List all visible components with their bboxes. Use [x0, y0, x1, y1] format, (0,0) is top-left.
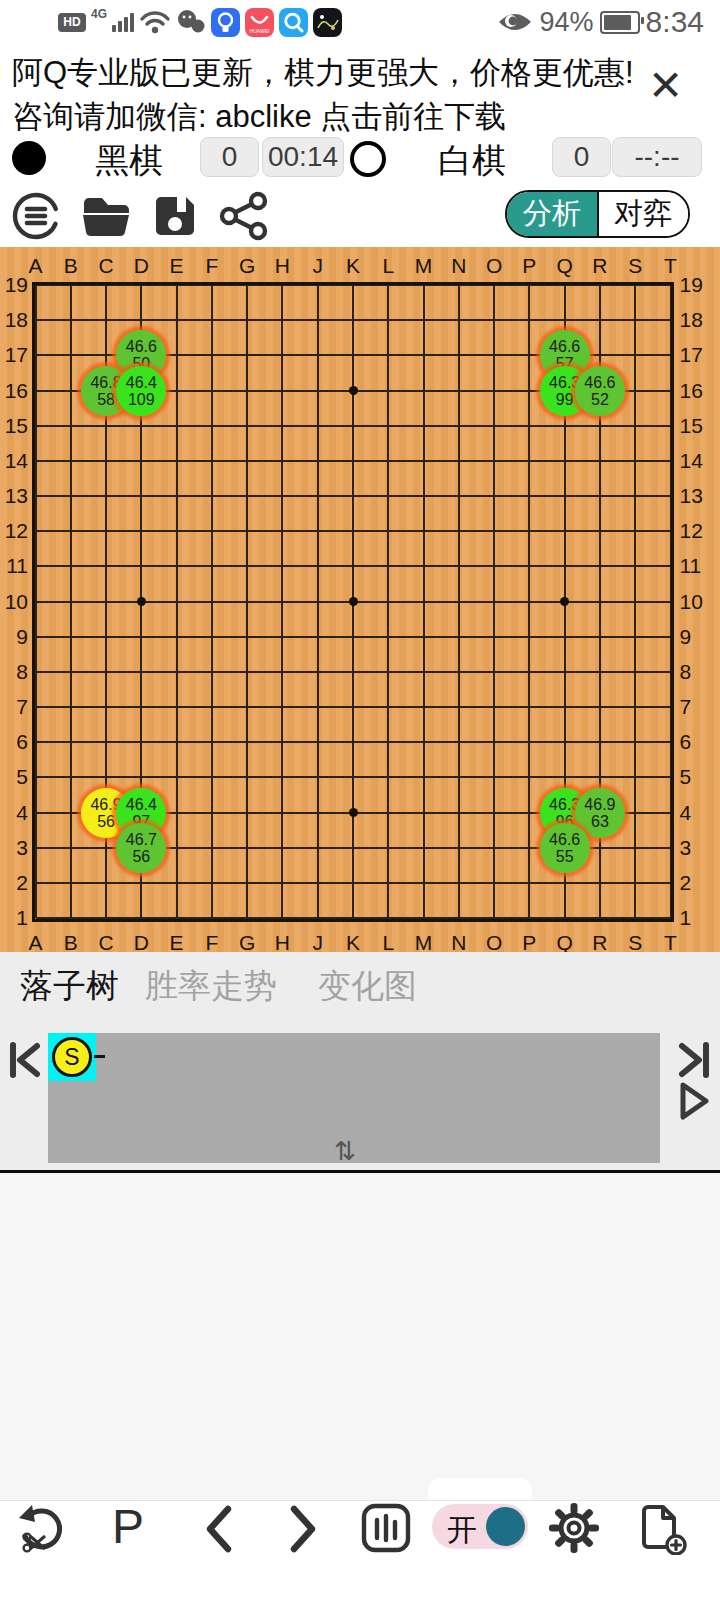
- player-panel: 黑棋 0 00:14 白棋 0 --:--: [0, 135, 720, 185]
- pass-button[interactable]: P: [112, 1499, 144, 1554]
- analysis-suggestion[interactable]: 46.652: [575, 366, 625, 416]
- go-to-end-icon[interactable]: [674, 1040, 714, 1080]
- promo-banner[interactable]: 阿Q专业版已更新，棋力更强大，价格更优惠! 咨询请加微信: abclike 点击…: [0, 45, 720, 135]
- black-clock-badge: 00:14: [262, 137, 344, 177]
- suggestion-visits: 63: [591, 813, 609, 830]
- board-row-label: 14: [0, 449, 28, 473]
- board-surface[interactable]: AABBCCDDEEFFGGHHJJKKLLMMNNOOPPQQRRSSTT11…: [0, 247, 720, 952]
- board-column-label: O: [480, 254, 508, 278]
- wifi-icon: [139, 9, 171, 35]
- board-column-label: F: [198, 254, 226, 278]
- board-column-label: Q: [551, 254, 579, 278]
- board-row-label: 2: [0, 871, 28, 895]
- promo-line2: 咨询请加微信: abclike 点击前往下载: [12, 95, 634, 139]
- play-icon[interactable]: [672, 1080, 714, 1122]
- signal-bars-icon: [112, 12, 134, 32]
- promo-line1: 阿Q专业版已更新，棋力更强大，价格更优惠!: [12, 51, 634, 95]
- board-row-label: 15: [0, 414, 28, 438]
- suggestion-winrate: 46.6: [549, 831, 580, 848]
- board-row-label: 9: [0, 625, 28, 649]
- move-tree: S ⇅: [0, 1014, 720, 1174]
- board-row-label: 3: [680, 836, 714, 860]
- next-move-icon[interactable]: [278, 1503, 326, 1555]
- close-icon[interactable]: ✕: [648, 65, 683, 107]
- board-row-label: 6: [0, 730, 28, 754]
- board-row-label: 12: [0, 519, 28, 543]
- board-row-label: 7: [680, 695, 714, 719]
- board-row-label: 4: [680, 801, 714, 825]
- tab-winrate-graph[interactable]: 胜率走势: [145, 964, 277, 1009]
- board-column-label: E: [163, 254, 191, 278]
- go-to-start-icon[interactable]: [5, 1040, 45, 1080]
- suggestion-winrate: 46.9: [584, 796, 615, 813]
- huawei-app-icon: HUAWEI: [245, 8, 274, 37]
- suggestion-visits: 52: [591, 391, 609, 408]
- toggle-knob: [486, 1507, 525, 1546]
- board-column-label: H: [268, 254, 296, 278]
- black-player-label: 黑棋: [95, 138, 163, 184]
- board-row-label: 10: [0, 590, 28, 614]
- black-captures-badge: 0: [200, 137, 259, 177]
- suggestion-winrate: 46.6: [126, 338, 157, 355]
- white-captures-badge: 0: [552, 137, 611, 177]
- board-row-label: 16: [0, 379, 28, 403]
- board-row-label: 17: [680, 343, 714, 367]
- tab-play[interactable]: 对弈: [597, 192, 689, 236]
- eye-icon: [496, 9, 534, 35]
- board-column-label: D: [127, 254, 155, 278]
- root-node[interactable]: S: [52, 1037, 92, 1077]
- engine-toggle[interactable]: 开: [432, 1504, 528, 1549]
- board-row-label: 8: [0, 660, 28, 684]
- white-player-label: 白棋: [438, 138, 506, 184]
- analysis-suggestion[interactable]: 46.4109: [116, 366, 166, 416]
- board-column-label: M: [410, 254, 438, 278]
- status-bar: HD 4G HUAWEI: [0, 0, 720, 45]
- analysis-suggestion[interactable]: 46.655: [540, 823, 590, 873]
- board-row-label: 5: [0, 765, 28, 789]
- engine-toggle-label: 开: [447, 1510, 477, 1551]
- board-row-label: 1: [0, 906, 28, 930]
- share-icon[interactable]: [218, 190, 270, 242]
- status-right-icons: 94% 8:34: [496, 5, 704, 39]
- suggestion-visits: 56: [132, 848, 150, 865]
- clock-time: 8:34: [646, 5, 704, 39]
- board-column-label: G: [233, 254, 261, 278]
- board-row-label: 14: [680, 449, 714, 473]
- bottom-nav: P 开: [0, 1500, 720, 1600]
- chart-icon[interactable]: [360, 1502, 412, 1554]
- tab-analyze[interactable]: 分析: [507, 192, 597, 236]
- search-app-icon: [279, 8, 308, 37]
- new-file-icon[interactable]: [634, 1503, 688, 1555]
- suggestion-winrate: 46.6: [584, 374, 615, 391]
- undo-cut-icon[interactable]: [16, 1503, 68, 1555]
- star-point: [349, 386, 358, 395]
- suggestion-winrate: 46.7: [126, 831, 157, 848]
- board-row-label: 5: [680, 765, 714, 789]
- promo-text[interactable]: 阿Q专业版已更新，棋力更强大，价格更优惠! 咨询请加微信: abclike 点击…: [12, 51, 634, 139]
- board-row-label: 18: [680, 308, 714, 332]
- board-column-label: L: [374, 254, 402, 278]
- go-board[interactable]: AABBCCDDEEFFGGHHJJKKLLMMNNOOPPQQRRSSTT11…: [0, 247, 720, 952]
- board-row-label: 13: [680, 484, 714, 508]
- open-file-icon[interactable]: [80, 193, 132, 239]
- flashlight-app-icon: [211, 8, 240, 37]
- board-column-label: S: [621, 254, 649, 278]
- lower-panel: [0, 1174, 720, 1500]
- black-stone-icon: [12, 141, 46, 175]
- star-point: [349, 808, 358, 817]
- suggestion-winrate: 46.4: [126, 796, 157, 813]
- white-stone-icon: [350, 141, 386, 177]
- save-icon[interactable]: [150, 191, 200, 241]
- bottom-tabs: 落子树 胜率走势 变化图: [0, 952, 720, 1014]
- white-clock-badge: --:--: [612, 137, 702, 177]
- board-row-label: 11: [0, 554, 28, 578]
- suggestion-visits: 99: [556, 391, 574, 408]
- board-row-label: 18: [0, 308, 28, 332]
- board-row-label: 1: [680, 906, 714, 930]
- board-row-label: 2: [680, 871, 714, 895]
- board-row-label: 11: [680, 554, 714, 578]
- board-row-label: 3: [0, 836, 28, 860]
- star-point: [137, 597, 146, 606]
- suggestion-visits: 55: [556, 848, 574, 865]
- mode-switch: 分析 对弈: [505, 190, 690, 238]
- board-row-label: 17: [0, 343, 28, 367]
- hd-icon: HD: [58, 13, 86, 32]
- board-row-label: 9: [680, 625, 714, 649]
- board-row-label: 16: [680, 379, 714, 403]
- board-column-label: K: [339, 254, 367, 278]
- board-row-label: 10: [680, 590, 714, 614]
- tab-variation-map[interactable]: 变化图: [318, 964, 417, 1009]
- board-row-label: 4: [0, 801, 28, 825]
- board-row-label: 13: [0, 484, 28, 508]
- board-row-label: 12: [680, 519, 714, 543]
- tree-branch-line: [94, 1055, 105, 1058]
- prev-move-icon[interactable]: [196, 1503, 244, 1555]
- toolbar: 分析 对弈: [0, 185, 720, 247]
- star-point: [349, 597, 358, 606]
- board-row-label: 15: [680, 414, 714, 438]
- battery-percent: 94%: [540, 7, 594, 38]
- board-row-label: 19: [0, 273, 28, 297]
- board-column-label: R: [586, 254, 614, 278]
- settings-icon[interactable]: [548, 1502, 600, 1554]
- wechat-icon: [176, 9, 206, 35]
- resize-handle-icon[interactable]: ⇅: [334, 1136, 356, 1167]
- screen: HD 4G HUAWEI: [0, 0, 720, 1600]
- go-board-app-icon: [313, 8, 342, 37]
- suggestion-visits: 56: [97, 813, 115, 830]
- board-column-label: P: [515, 254, 543, 278]
- board-column-label: N: [445, 254, 473, 278]
- menu-icon[interactable]: [10, 190, 62, 242]
- tab-move-tree[interactable]: 落子树: [20, 964, 119, 1009]
- board-row-label: 8: [680, 660, 714, 684]
- suggestion-visits: 109: [128, 391, 155, 408]
- board-row-label: 19: [680, 273, 714, 297]
- battery-icon: [600, 11, 640, 34]
- board-column-label: B: [57, 254, 85, 278]
- suggestion-visits: 58: [97, 391, 115, 408]
- analysis-suggestion[interactable]: 46.756: [116, 823, 166, 873]
- status-left-icons: HD 4G HUAWEI: [58, 5, 342, 39]
- board-row-label: 6: [680, 730, 714, 754]
- board-column-label: C: [92, 254, 120, 278]
- suggestion-winrate: 46.6: [549, 338, 580, 355]
- suggestion-winrate: 46.4: [126, 374, 157, 391]
- board-column-label: J: [304, 254, 332, 278]
- board-row-label: 7: [0, 695, 28, 719]
- network-type-label: 4G: [91, 7, 107, 21]
- divider-line: [0, 1170, 720, 1173]
